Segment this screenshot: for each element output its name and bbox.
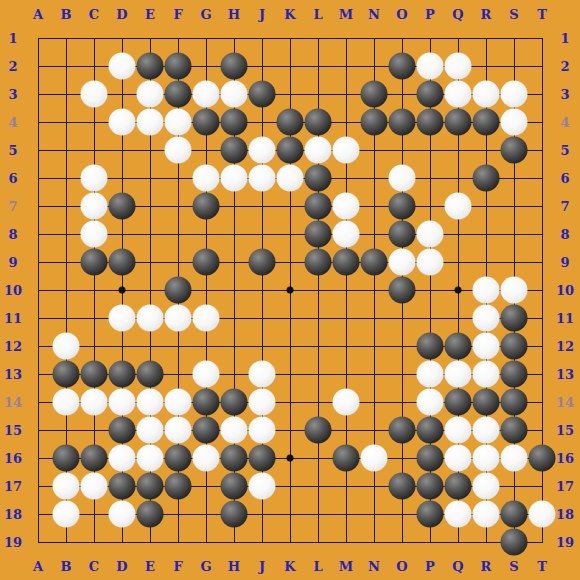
col-label-top-P: P: [425, 8, 435, 21]
stone-white-C7[interactable]: [81, 193, 108, 220]
stone-white-E15[interactable]: [137, 417, 164, 444]
stone-white-S4[interactable]: [501, 109, 528, 136]
stone-black-O10[interactable]: [389, 277, 416, 304]
stone-white-R13[interactable]: [473, 361, 500, 388]
stone-white-F11[interactable]: [165, 305, 192, 332]
row-label-left-19: 19: [4, 536, 22, 549]
stone-black-O4[interactable]: [389, 109, 416, 136]
col-label-bottom-H: H: [228, 560, 240, 573]
stone-black-O2[interactable]: [389, 53, 416, 80]
col-label-bottom-O: O: [396, 560, 407, 573]
col-label-bottom-S: S: [509, 560, 518, 573]
stone-white-F4[interactable]: [165, 109, 192, 136]
col-label-bottom-L: L: [313, 560, 322, 573]
stone-black-F3[interactable]: [165, 81, 192, 108]
stone-black-D7[interactable]: [109, 193, 136, 220]
col-label-bottom-D: D: [116, 560, 127, 573]
row-label-right-1: 1: [560, 32, 569, 45]
stone-black-H18[interactable]: [221, 501, 248, 528]
stone-black-H14[interactable]: [221, 389, 248, 416]
stone-white-E3[interactable]: [137, 81, 164, 108]
stone-black-H2[interactable]: [221, 53, 248, 80]
stone-black-P17[interactable]: [417, 473, 444, 500]
stone-white-T18[interactable]: [529, 501, 556, 528]
go-board-app: AABBCCDDEEFFGGHHJJKKLLMMNNOOPPQQRRSSTT11…: [0, 0, 580, 580]
stone-black-P15[interactable]: [417, 417, 444, 444]
stone-white-P8[interactable]: [417, 221, 444, 248]
stone-white-E14[interactable]: [137, 389, 164, 416]
stone-white-Q13[interactable]: [445, 361, 472, 388]
stone-black-S14[interactable]: [501, 389, 528, 416]
stone-white-C14[interactable]: [81, 389, 108, 416]
stone-black-H17[interactable]: [221, 473, 248, 500]
stone-white-E11[interactable]: [137, 305, 164, 332]
row-label-right-15: 15: [556, 424, 574, 437]
row-label-left-6: 6: [8, 172, 17, 185]
stone-black-L9[interactable]: [305, 249, 332, 276]
stone-black-P16[interactable]: [417, 445, 444, 472]
stone-black-C16[interactable]: [81, 445, 108, 472]
stone-white-H6[interactable]: [221, 165, 248, 192]
stone-white-M8[interactable]: [333, 221, 360, 248]
col-label-top-G: G: [200, 8, 211, 21]
col-label-top-E: E: [145, 8, 155, 21]
stone-white-Q16[interactable]: [445, 445, 472, 472]
stone-black-P4[interactable]: [417, 109, 444, 136]
stone-white-B14[interactable]: [53, 389, 80, 416]
row-label-right-12: 12: [556, 340, 574, 353]
col-label-top-D: D: [116, 8, 127, 21]
stone-white-M14[interactable]: [333, 389, 360, 416]
stone-black-J9[interactable]: [249, 249, 276, 276]
stone-white-D11[interactable]: [109, 305, 136, 332]
stone-white-F15[interactable]: [165, 417, 192, 444]
stone-white-F14[interactable]: [165, 389, 192, 416]
stone-white-P9[interactable]: [417, 249, 444, 276]
star-point-K16: [287, 455, 294, 462]
stone-white-Q2[interactable]: [445, 53, 472, 80]
stone-white-Q7[interactable]: [445, 193, 472, 220]
row-label-left-10: 10: [4, 284, 22, 297]
stone-white-C3[interactable]: [81, 81, 108, 108]
stone-black-C13[interactable]: [81, 361, 108, 388]
stone-white-F5[interactable]: [165, 137, 192, 164]
stone-black-S5[interactable]: [501, 137, 528, 164]
col-label-top-K: K: [284, 8, 295, 21]
stone-white-R15[interactable]: [473, 417, 500, 444]
row-label-right-10: 10: [556, 284, 574, 297]
row-label-left-1: 1: [8, 32, 17, 45]
stone-black-F10[interactable]: [165, 277, 192, 304]
stone-white-G6[interactable]: [193, 165, 220, 192]
stone-black-G15[interactable]: [193, 417, 220, 444]
stone-black-S13[interactable]: [501, 361, 528, 388]
col-label-top-N: N: [368, 8, 380, 21]
stone-white-C6[interactable]: [81, 165, 108, 192]
stone-white-J17[interactable]: [249, 473, 276, 500]
stone-black-Q12[interactable]: [445, 333, 472, 360]
stone-black-E18[interactable]: [137, 501, 164, 528]
row-label-right-14: 14: [556, 396, 574, 409]
stone-white-D16[interactable]: [109, 445, 136, 472]
stone-black-O8[interactable]: [389, 221, 416, 248]
col-label-top-F: F: [173, 8, 182, 21]
stone-white-G11[interactable]: [193, 305, 220, 332]
stone-white-G13[interactable]: [193, 361, 220, 388]
stone-black-J16[interactable]: [249, 445, 276, 472]
stone-white-J15[interactable]: [249, 417, 276, 444]
stone-black-D13[interactable]: [109, 361, 136, 388]
stone-white-K6[interactable]: [277, 165, 304, 192]
stone-black-S15[interactable]: [501, 417, 528, 444]
stone-white-N16[interactable]: [361, 445, 388, 472]
stone-black-Q17[interactable]: [445, 473, 472, 500]
stone-black-S12[interactable]: [501, 333, 528, 360]
row-label-left-13: 13: [4, 368, 22, 381]
row-label-left-16: 16: [4, 452, 22, 465]
stone-white-R16[interactable]: [473, 445, 500, 472]
stone-black-O17[interactable]: [389, 473, 416, 500]
row-label-right-9: 9: [560, 256, 569, 269]
stone-black-K5[interactable]: [277, 137, 304, 164]
row-label-left-15: 15: [4, 424, 22, 437]
col-label-top-O: O: [396, 8, 407, 21]
stone-white-D2[interactable]: [109, 53, 136, 80]
stone-white-G16[interactable]: [193, 445, 220, 472]
row-label-left-3: 3: [8, 88, 17, 101]
stone-black-R4[interactable]: [473, 109, 500, 136]
row-label-right-6: 6: [560, 172, 569, 185]
stone-black-C9[interactable]: [81, 249, 108, 276]
col-label-bottom-C: C: [89, 560, 99, 573]
stone-black-O7[interactable]: [389, 193, 416, 220]
stone-black-F16[interactable]: [165, 445, 192, 472]
stone-white-C8[interactable]: [81, 221, 108, 248]
row-label-left-14: 14: [4, 396, 22, 409]
stone-black-S18[interactable]: [501, 501, 528, 528]
row-label-left-4: 4: [8, 116, 17, 129]
stone-white-E16[interactable]: [137, 445, 164, 472]
stone-black-R6[interactable]: [473, 165, 500, 192]
row-label-right-8: 8: [560, 228, 569, 241]
row-label-right-11: 11: [556, 312, 574, 325]
stone-white-P14[interactable]: [417, 389, 444, 416]
col-label-top-M: M: [339, 8, 353, 21]
row-label-left-17: 17: [4, 480, 22, 493]
row-label-right-5: 5: [560, 144, 569, 157]
stone-black-D15[interactable]: [109, 417, 136, 444]
stone-black-G7[interactable]: [193, 193, 220, 220]
stone-white-S10[interactable]: [501, 277, 528, 304]
row-label-left-11: 11: [4, 312, 22, 325]
stone-black-E17[interactable]: [137, 473, 164, 500]
row-label-right-3: 3: [560, 88, 569, 101]
row-label-left-5: 5: [8, 144, 17, 157]
stone-black-F2[interactable]: [165, 53, 192, 80]
stone-white-R12[interactable]: [473, 333, 500, 360]
col-label-bottom-M: M: [339, 560, 353, 573]
stone-white-O9[interactable]: [389, 249, 416, 276]
stone-black-B13[interactable]: [53, 361, 80, 388]
stone-white-R10[interactable]: [473, 277, 500, 304]
stone-black-E2[interactable]: [137, 53, 164, 80]
stone-white-Q15[interactable]: [445, 417, 472, 444]
stone-white-Q3[interactable]: [445, 81, 472, 108]
row-label-left-2: 2: [8, 60, 17, 73]
row-label-right-7: 7: [560, 200, 569, 213]
stone-black-P12[interactable]: [417, 333, 444, 360]
stone-black-F17[interactable]: [165, 473, 192, 500]
row-label-left-7: 7: [8, 200, 17, 213]
stone-black-B16[interactable]: [53, 445, 80, 472]
star-point-K10: [287, 287, 294, 294]
col-label-bottom-R: R: [481, 560, 492, 573]
stone-black-R14[interactable]: [473, 389, 500, 416]
row-label-right-4: 4: [560, 116, 569, 129]
stone-black-S19[interactable]: [501, 529, 528, 556]
stone-white-S16[interactable]: [501, 445, 528, 472]
stone-white-J5[interactable]: [249, 137, 276, 164]
col-label-bottom-F: F: [173, 560, 182, 573]
stone-white-B12[interactable]: [53, 333, 80, 360]
stone-white-O6[interactable]: [389, 165, 416, 192]
stone-black-D9[interactable]: [109, 249, 136, 276]
stone-black-H16[interactable]: [221, 445, 248, 472]
stone-white-J14[interactable]: [249, 389, 276, 416]
stone-white-H3[interactable]: [221, 81, 248, 108]
stone-black-L4[interactable]: [305, 109, 332, 136]
stone-white-B17[interactable]: [53, 473, 80, 500]
col-label-bottom-P: P: [425, 560, 435, 573]
stone-white-R11[interactable]: [473, 305, 500, 332]
row-label-right-17: 17: [556, 480, 574, 493]
col-label-top-J: J: [259, 8, 265, 21]
stone-white-B18[interactable]: [53, 501, 80, 528]
col-label-bottom-J: J: [259, 560, 265, 573]
stone-black-L15[interactable]: [305, 417, 332, 444]
stone-white-R3[interactable]: [473, 81, 500, 108]
stone-white-J6[interactable]: [249, 165, 276, 192]
row-label-right-16: 16: [556, 452, 574, 465]
stone-black-L8[interactable]: [305, 221, 332, 248]
stone-white-E4[interactable]: [137, 109, 164, 136]
stone-black-N3[interactable]: [361, 81, 388, 108]
stone-white-L5[interactable]: [305, 137, 332, 164]
stone-black-D17[interactable]: [109, 473, 136, 500]
col-label-bottom-A: A: [33, 560, 43, 573]
stone-white-M5[interactable]: [333, 137, 360, 164]
col-label-top-B: B: [61, 8, 72, 21]
star-point-Q10: [455, 287, 462, 294]
stone-black-S11[interactable]: [501, 305, 528, 332]
col-label-top-S: S: [509, 8, 518, 21]
col-label-top-H: H: [228, 8, 240, 21]
stone-black-N9[interactable]: [361, 249, 388, 276]
col-label-bottom-B: B: [61, 560, 72, 573]
stone-black-P3[interactable]: [417, 81, 444, 108]
stone-white-P2[interactable]: [417, 53, 444, 80]
stone-black-E13[interactable]: [137, 361, 164, 388]
row-label-right-18: 18: [556, 508, 574, 521]
col-label-top-T: T: [537, 8, 547, 21]
col-label-bottom-N: N: [368, 560, 380, 573]
stone-white-D18[interactable]: [109, 501, 136, 528]
col-label-top-L: L: [313, 8, 322, 21]
stone-white-H15[interactable]: [221, 417, 248, 444]
col-label-bottom-K: K: [284, 560, 295, 573]
stone-black-M16[interactable]: [333, 445, 360, 472]
star-point-D10: [119, 287, 126, 294]
stone-black-L6[interactable]: [305, 165, 332, 192]
col-label-top-R: R: [481, 8, 492, 21]
stone-black-N4[interactable]: [361, 109, 388, 136]
stone-black-G9[interactable]: [193, 249, 220, 276]
col-label-top-Q: Q: [452, 8, 463, 21]
stone-white-R18[interactable]: [473, 501, 500, 528]
stone-black-M9[interactable]: [333, 249, 360, 276]
col-label-bottom-T: T: [537, 560, 547, 573]
stone-white-M7[interactable]: [333, 193, 360, 220]
stone-black-L7[interactable]: [305, 193, 332, 220]
stone-black-Q4[interactable]: [445, 109, 472, 136]
col-label-bottom-E: E: [145, 560, 155, 573]
stone-white-Q18[interactable]: [445, 501, 472, 528]
stone-black-G4[interactable]: [193, 109, 220, 136]
stone-white-R17[interactable]: [473, 473, 500, 500]
stone-black-J3[interactable]: [249, 81, 276, 108]
row-label-left-18: 18: [4, 508, 22, 521]
row-label-left-8: 8: [8, 228, 17, 241]
stone-black-K4[interactable]: [277, 109, 304, 136]
stone-white-S3[interactable]: [501, 81, 528, 108]
stone-black-H4[interactable]: [221, 109, 248, 136]
stone-black-H5[interactable]: [221, 137, 248, 164]
col-label-top-A: A: [33, 8, 43, 21]
col-label-bottom-Q: Q: [452, 560, 463, 573]
stone-black-O15[interactable]: [389, 417, 416, 444]
stone-white-G3[interactable]: [193, 81, 220, 108]
stone-black-T16[interactable]: [529, 445, 556, 472]
row-label-right-13: 13: [556, 368, 574, 381]
row-label-right-19: 19: [556, 536, 574, 549]
stone-black-P18[interactable]: [417, 501, 444, 528]
row-label-left-12: 12: [4, 340, 22, 353]
stone-white-D14[interactable]: [109, 389, 136, 416]
col-label-bottom-G: G: [200, 560, 211, 573]
stone-white-J13[interactable]: [249, 361, 276, 388]
row-label-left-9: 9: [8, 256, 17, 269]
stone-black-Q14[interactable]: [445, 389, 472, 416]
stone-white-C17[interactable]: [81, 473, 108, 500]
col-label-top-C: C: [89, 8, 99, 21]
stone-white-P13[interactable]: [417, 361, 444, 388]
stone-black-G14[interactable]: [193, 389, 220, 416]
row-label-right-2: 2: [560, 60, 569, 73]
stone-white-D4[interactable]: [109, 109, 136, 136]
